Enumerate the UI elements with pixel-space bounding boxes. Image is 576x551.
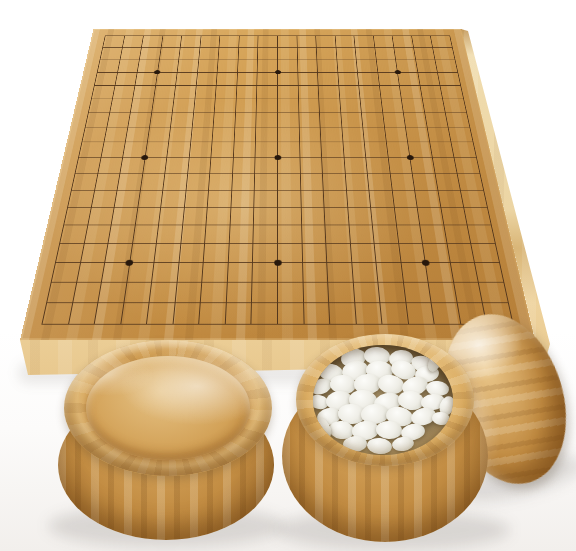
go-set-product-photo bbox=[0, 0, 576, 551]
star-point bbox=[422, 260, 430, 266]
star-point bbox=[274, 155, 281, 160]
lid-sheen-highlight bbox=[64, 340, 272, 476]
bowl-left-lid bbox=[64, 340, 272, 476]
go-board bbox=[20, 29, 535, 340]
star-point bbox=[141, 155, 148, 160]
star-point bbox=[274, 70, 280, 74]
star-point bbox=[154, 70, 161, 74]
bowl-inner-shading bbox=[313, 345, 453, 455]
star-point bbox=[125, 260, 133, 266]
star-points-layer bbox=[41, 36, 513, 325]
star-point bbox=[274, 260, 281, 266]
stones-heap bbox=[313, 345, 453, 455]
star-point bbox=[395, 70, 402, 74]
star-point bbox=[407, 155, 414, 160]
